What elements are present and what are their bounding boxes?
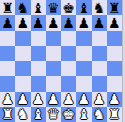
square-c7[interactable]: ♟ xyxy=(31,15,46,30)
black-pawn-h7[interactable]: ♟ xyxy=(108,15,121,29)
square-c2[interactable]: ♟ xyxy=(31,92,46,107)
black-bishop-f8[interactable]: ♝ xyxy=(78,0,91,14)
black-king-e8[interactable]: ♚ xyxy=(62,0,75,14)
square-g1[interactable]: ♞ xyxy=(92,107,107,122)
white-knight-g1[interactable]: ♞ xyxy=(93,107,106,121)
white-queen-d1[interactable]: ♛ xyxy=(47,107,60,121)
window-edge-strip xyxy=(122,0,125,122)
square-a7[interactable]: ♟ xyxy=(0,15,15,30)
square-c4[interactable] xyxy=(31,61,46,76)
square-e7[interactable]: ♟ xyxy=(61,15,76,30)
square-e1[interactable]: ♚ xyxy=(61,107,76,122)
white-pawn-e2[interactable]: ♟ xyxy=(62,92,75,106)
black-bishop-c8[interactable]: ♝ xyxy=(32,0,45,14)
square-d4[interactable] xyxy=(46,61,61,76)
square-d2[interactable]: ♟ xyxy=(46,92,61,107)
square-f5[interactable] xyxy=(76,46,91,61)
square-b4[interactable] xyxy=(15,61,30,76)
square-g4[interactable] xyxy=(92,61,107,76)
square-c6[interactable] xyxy=(31,31,46,46)
square-g5[interactable] xyxy=(92,46,107,61)
square-a8[interactable]: ♜ xyxy=(0,0,15,15)
white-rook-a1[interactable]: ♜ xyxy=(1,107,14,121)
square-d3[interactable] xyxy=(46,76,61,91)
square-h8[interactable]: ♜ xyxy=(107,0,122,15)
white-bishop-f1[interactable]: ♝ xyxy=(78,107,91,121)
white-king-e1[interactable]: ♚ xyxy=(62,107,75,121)
square-e3[interactable] xyxy=(61,76,76,91)
square-g2[interactable]: ♟ xyxy=(92,92,107,107)
black-pawn-b7[interactable]: ♟ xyxy=(17,15,30,29)
square-f7[interactable]: ♟ xyxy=(76,15,91,30)
square-g7[interactable]: ♟ xyxy=(92,15,107,30)
square-f1[interactable]: ♝ xyxy=(76,107,91,122)
square-h7[interactable]: ♟ xyxy=(107,15,122,30)
square-b2[interactable]: ♟ xyxy=(15,92,30,107)
square-g8[interactable]: ♞ xyxy=(92,0,107,15)
black-pawn-a7[interactable]: ♟ xyxy=(1,15,14,29)
white-pawn-d2[interactable]: ♟ xyxy=(47,92,60,106)
black-knight-b8[interactable]: ♞ xyxy=(17,0,30,14)
black-knight-g8[interactable]: ♞ xyxy=(93,0,106,14)
square-c5[interactable] xyxy=(31,46,46,61)
square-c3[interactable] xyxy=(31,76,46,91)
square-b7[interactable]: ♟ xyxy=(15,15,30,30)
square-b8[interactable]: ♞ xyxy=(15,0,30,15)
chess-app-window: ♜♞♝♛♚♝♞♜♟♟♟♟♟♟♟♟♟♟♟♟♟♟♟♟♜♞♝♛♚♝♞♜ xyxy=(0,0,125,122)
square-g6[interactable] xyxy=(92,31,107,46)
chess-board: ♜♞♝♛♚♝♞♜♟♟♟♟♟♟♟♟♟♟♟♟♟♟♟♟♜♞♝♛♚♝♞♜ xyxy=(0,0,122,122)
square-a2[interactable]: ♟ xyxy=(0,92,15,107)
square-e5[interactable] xyxy=(61,46,76,61)
black-pawn-e7[interactable]: ♟ xyxy=(62,15,75,29)
square-a6[interactable] xyxy=(0,31,15,46)
white-knight-b1[interactable]: ♞ xyxy=(17,107,30,121)
square-a4[interactable] xyxy=(0,61,15,76)
square-d7[interactable]: ♟ xyxy=(46,15,61,30)
square-h2[interactable]: ♟ xyxy=(107,92,122,107)
square-d5[interactable] xyxy=(46,46,61,61)
black-rook-h8[interactable]: ♜ xyxy=(108,0,121,14)
square-c8[interactable]: ♝ xyxy=(31,0,46,15)
white-bishop-c1[interactable]: ♝ xyxy=(32,107,45,121)
black-pawn-d7[interactable]: ♟ xyxy=(47,15,60,29)
square-a1[interactable]: ♜ xyxy=(0,107,15,122)
square-f6[interactable] xyxy=(76,31,91,46)
square-b6[interactable] xyxy=(15,31,30,46)
white-pawn-c2[interactable]: ♟ xyxy=(32,92,45,106)
square-h4[interactable] xyxy=(107,61,122,76)
square-d8[interactable]: ♛ xyxy=(46,0,61,15)
square-b5[interactable] xyxy=(15,46,30,61)
square-d6[interactable] xyxy=(46,31,61,46)
square-f2[interactable]: ♟ xyxy=(76,92,91,107)
black-queen-d8[interactable]: ♛ xyxy=(47,0,60,14)
square-h1[interactable]: ♜ xyxy=(107,107,122,122)
square-g3[interactable] xyxy=(92,76,107,91)
square-f4[interactable] xyxy=(76,61,91,76)
white-pawn-a2[interactable]: ♟ xyxy=(1,92,14,106)
white-pawn-b2[interactable]: ♟ xyxy=(17,92,30,106)
black-pawn-f7[interactable]: ♟ xyxy=(78,15,91,29)
square-a5[interactable] xyxy=(0,46,15,61)
square-d1[interactable]: ♛ xyxy=(46,107,61,122)
square-f3[interactable] xyxy=(76,76,91,91)
square-a3[interactable] xyxy=(0,76,15,91)
white-pawn-g2[interactable]: ♟ xyxy=(93,92,106,106)
square-b3[interactable] xyxy=(15,76,30,91)
square-h6[interactable] xyxy=(107,31,122,46)
square-h5[interactable] xyxy=(107,46,122,61)
square-h3[interactable] xyxy=(107,76,122,91)
white-pawn-h2[interactable]: ♟ xyxy=(108,92,121,106)
black-rook-a8[interactable]: ♜ xyxy=(1,0,14,14)
white-rook-h1[interactable]: ♜ xyxy=(108,107,121,121)
white-pawn-f2[interactable]: ♟ xyxy=(78,92,91,106)
square-e8[interactable]: ♚ xyxy=(61,0,76,15)
square-e4[interactable] xyxy=(61,61,76,76)
square-b1[interactable]: ♞ xyxy=(15,107,30,122)
square-e2[interactable]: ♟ xyxy=(61,92,76,107)
square-c1[interactable]: ♝ xyxy=(31,107,46,122)
square-e6[interactable] xyxy=(61,31,76,46)
black-pawn-c7[interactable]: ♟ xyxy=(32,15,45,29)
black-pawn-g7[interactable]: ♟ xyxy=(93,15,106,29)
square-f8[interactable]: ♝ xyxy=(76,0,91,15)
